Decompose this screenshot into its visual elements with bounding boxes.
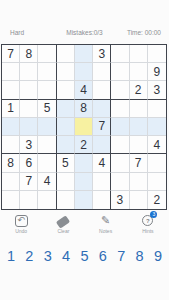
cell-r4c4[interactable] [57, 100, 75, 118]
numpad-5[interactable]: 5 [80, 249, 88, 264]
status-bar: Hard Mistakes:0/3 Time: 00:00 [0, 26, 169, 38]
cell-r2c2[interactable] [20, 63, 38, 81]
cell-r8c1[interactable] [2, 173, 20, 191]
cell-r7c8[interactable]: 7 [130, 154, 148, 172]
clear-label: Clear [57, 229, 69, 234]
toolbar: ↶ Undo Clear ✎ Notes ? 3 Hints [0, 211, 169, 239]
cell-r8c9[interactable] [148, 173, 166, 191]
cell-r4c3[interactable]: 5 [38, 100, 56, 118]
cell-r8c2[interactable]: 7 [20, 173, 38, 191]
cell-r2c8[interactable] [130, 63, 148, 81]
undo-label: Undo [15, 229, 27, 234]
cell-r4c7[interactable] [111, 100, 129, 118]
cell-r7c7[interactable] [111, 154, 129, 172]
cell-r9c2[interactable] [20, 191, 38, 209]
cell-r3c7[interactable] [111, 81, 129, 99]
sudoku-board: 78394231587324865477432 [1, 44, 167, 210]
cell-r5c7[interactable] [111, 118, 129, 136]
cell-r6c5[interactable]: 2 [75, 136, 93, 154]
cell-r5c3[interactable] [38, 118, 56, 136]
cell-r9c3[interactable] [38, 191, 56, 209]
cell-r8c6[interactable] [93, 173, 111, 191]
timer-label: Time: 00:00 [127, 29, 161, 36]
notes-label: Notes [99, 229, 112, 234]
cell-r9c8[interactable] [130, 191, 148, 209]
cell-r6c1[interactable] [2, 136, 20, 154]
cell-r1c2[interactable]: 8 [20, 45, 38, 63]
cell-r2c6[interactable] [93, 63, 111, 81]
cell-r8c5[interactable] [75, 173, 93, 191]
cell-r2c3[interactable] [38, 63, 56, 81]
cell-r3c8[interactable]: 2 [130, 81, 148, 99]
pencil-icon: ✎ [101, 214, 110, 227]
cell-r1c8[interactable] [130, 45, 148, 63]
cell-r6c8[interactable] [130, 136, 148, 154]
numpad-3[interactable]: 3 [44, 249, 52, 264]
cell-r5c8[interactable] [130, 118, 148, 136]
cell-r2c5[interactable] [75, 63, 93, 81]
cell-r2c7[interactable] [111, 63, 129, 81]
eraser-icon [57, 214, 69, 227]
number-pad: 1 2 3 4 5 6 7 8 9 [0, 245, 169, 267]
cell-r4c2[interactable] [20, 100, 38, 118]
cell-r9c6[interactable] [93, 191, 111, 209]
undo-icon: ↶ [15, 214, 28, 227]
cell-r7c5[interactable] [75, 154, 93, 172]
cell-r1c7[interactable] [111, 45, 129, 63]
cell-r3c2[interactable] [20, 81, 38, 99]
cell-r7c3[interactable] [38, 154, 56, 172]
cell-r1c4[interactable] [57, 45, 75, 63]
cell-r4c9[interactable] [148, 100, 166, 118]
cell-r3c9[interactable]: 3 [148, 81, 166, 99]
sudoku-app: { "game": "sudoku", "position": "78...3.… [0, 0, 169, 300]
cell-r4c5[interactable]: 8 [75, 100, 93, 118]
cell-r8c7[interactable] [111, 173, 129, 191]
numpad-6[interactable]: 6 [99, 249, 107, 264]
cell-r7c4[interactable]: 5 [57, 154, 75, 172]
cell-r7c1[interactable]: 8 [2, 154, 20, 172]
cell-r7c9[interactable] [148, 154, 166, 172]
cell-r2c9[interactable]: 9 [148, 63, 166, 81]
cell-r3c3[interactable] [38, 81, 56, 99]
cell-r1c1[interactable]: 7 [2, 45, 20, 63]
cell-r4c8[interactable] [130, 100, 148, 118]
cell-r9c9[interactable]: 2 [148, 191, 166, 209]
cell-r5c1[interactable] [2, 118, 20, 136]
cell-r8c3[interactable]: 4 [38, 173, 56, 191]
cell-r3c5[interactable]: 4 [75, 81, 93, 99]
undo-button[interactable]: ↶ Undo [6, 214, 36, 234]
cell-r6c6[interactable] [93, 136, 111, 154]
cell-r6c3[interactable] [38, 136, 56, 154]
cell-r4c6[interactable] [93, 100, 111, 118]
cell-r9c7[interactable]: 3 [111, 191, 129, 209]
lightbulb-icon: ? 3 [142, 214, 153, 227]
clear-button[interactable]: Clear [48, 214, 78, 234]
cell-r8c4[interactable] [57, 173, 75, 191]
numpad-8[interactable]: 8 [136, 249, 144, 264]
cell-r5c2[interactable] [20, 118, 38, 136]
numpad-7[interactable]: 7 [117, 249, 125, 264]
cell-r6c4[interactable] [57, 136, 75, 154]
cell-r1c6[interactable]: 3 [93, 45, 111, 63]
cell-r5c5[interactable] [75, 118, 93, 136]
numpad-2[interactable]: 2 [25, 249, 33, 264]
cell-r3c1[interactable] [2, 81, 20, 99]
notes-button[interactable]: ✎ Notes [91, 214, 121, 234]
numpad-1[interactable]: 1 [7, 249, 15, 264]
cell-r5c9[interactable] [148, 118, 166, 136]
cell-r7c2[interactable]: 6 [20, 154, 38, 172]
cell-r6c9[interactable]: 4 [148, 136, 166, 154]
numpad-4[interactable]: 4 [62, 249, 70, 264]
hints-count-badge: 3 [150, 211, 157, 218]
cell-r9c1[interactable] [2, 191, 20, 209]
cell-r3c4[interactable] [57, 81, 75, 99]
cell-r2c4[interactable] [57, 63, 75, 81]
cell-r2c1[interactable] [2, 63, 20, 81]
cell-r1c5[interactable] [75, 45, 93, 63]
cell-r5c6[interactable]: 7 [93, 118, 111, 136]
hints-label: Hints [142, 229, 153, 234]
numpad-9[interactable]: 9 [154, 249, 162, 264]
cell-r5c4[interactable] [57, 118, 75, 136]
cell-r9c5[interactable] [75, 191, 93, 209]
cell-r4c1[interactable]: 1 [2, 100, 20, 118]
cell-r7c6[interactable]: 4 [93, 154, 111, 172]
cell-r1c3[interactable] [38, 45, 56, 63]
hints-button[interactable]: ? 3 Hints [133, 214, 163, 234]
cell-r6c7[interactable] [111, 136, 129, 154]
cell-r3c6[interactable] [93, 81, 111, 99]
cell-r8c8[interactable] [130, 173, 148, 191]
cell-r1c9[interactable] [148, 45, 166, 63]
cell-r6c2[interactable]: 3 [20, 136, 38, 154]
cell-r9c4[interactable] [57, 191, 75, 209]
